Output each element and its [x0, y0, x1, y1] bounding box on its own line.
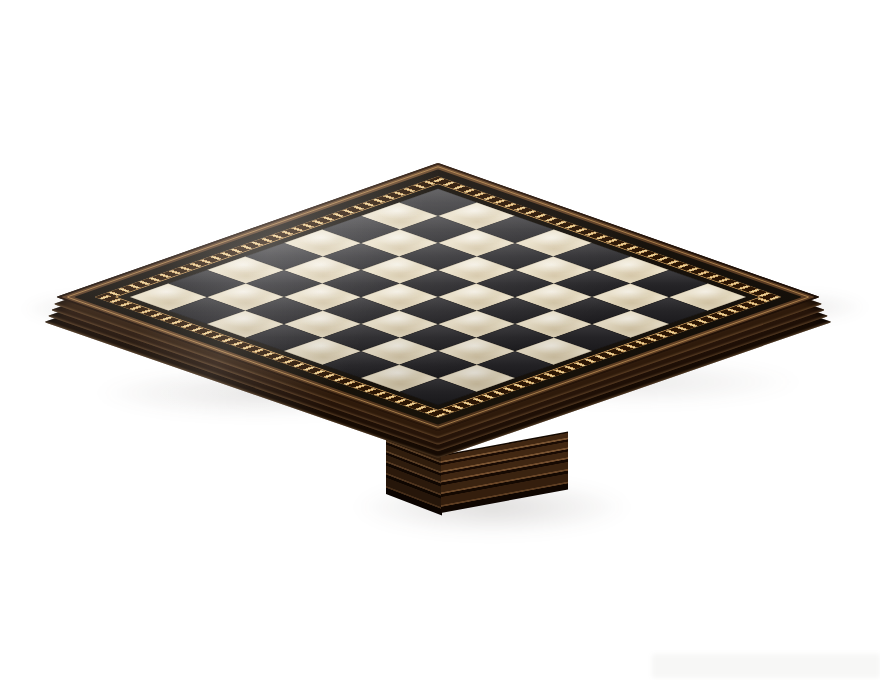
photo-watermark [652, 654, 880, 678]
chess-board [56, 163, 820, 431]
product-photo-scene [0, 0, 880, 680]
